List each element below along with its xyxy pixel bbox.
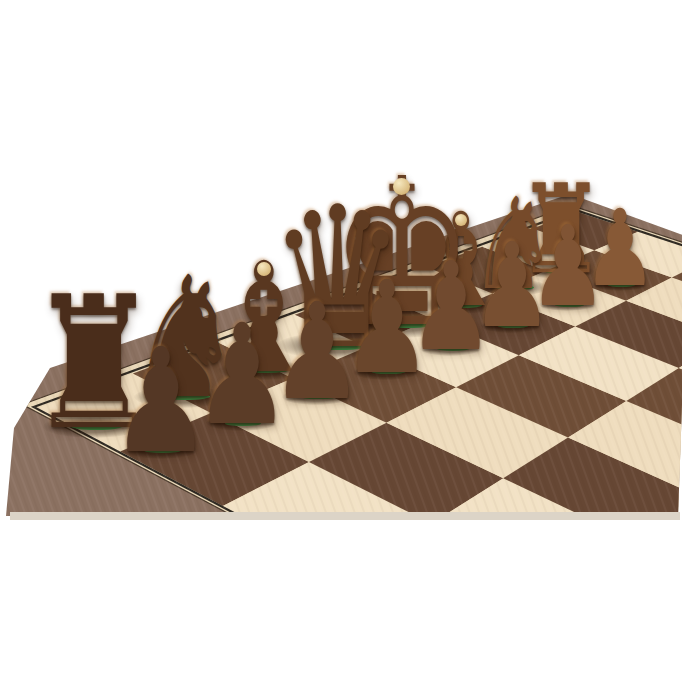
- square-f5: [679, 338, 700, 419]
- square-b4: [584, 548, 700, 697]
- board-front-edge: [10, 512, 680, 520]
- product-photo-chess-set: ♜♟♞♟♝♚♟♛♟♝♟♞♟♟♜♟: [0, 0, 700, 700]
- board-photo-area: [0, 140, 700, 700]
- chessboard: [0, 0, 700, 700]
- square-a5: [351, 524, 584, 659]
- square-a4: [512, 600, 700, 700]
- square-c4: [649, 501, 700, 635]
